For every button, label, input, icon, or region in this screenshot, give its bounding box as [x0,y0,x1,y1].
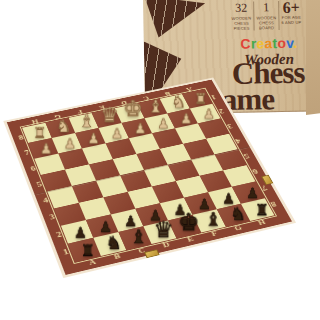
box-badges: 32 WOODEN CHESS PIECES 1 WOODEN CHESS BO… [229,1,304,32]
piece-black-pawn: ♟ [93,219,119,234]
piece-white-pawn: ♟ [128,122,152,136]
piece-white-knight: ♞ [51,118,75,135]
piece-black-knight: ♞ [225,205,251,223]
box-side-panel [306,0,320,115]
piece-white-rook: ♜ [28,125,52,140]
product-photo: 32 WOODEN CHESS PIECES 1 WOODEN CHESS BO… [0,0,320,320]
piece-white-rook: ♜ [189,91,213,105]
badge-pieces: 32 WOODEN CHESS PIECES [229,2,254,32]
piece-black-queen: ♛ [151,218,177,240]
piece-black-bishop: ♝ [200,210,226,229]
badge-age-value: 6+ [280,1,302,14]
chessboard: ♜♞♝♛♚♝♞♜♟♟♟♟♟♟♟♟♟♟♟♟♟♟♟♟♜♞♝♛♚♝♞♜ ABCDEFG… [3,77,296,278]
piece-white-bishop: ♝ [144,98,168,115]
piece-white-pawn: ♟ [34,142,59,156]
piece-black-knight: ♞ [100,234,127,252]
badge-board: 1 WOODEN CHESS BOARD [253,1,279,31]
badge-pieces-value: 32 [230,2,252,15]
piece-white-pawn: ♟ [105,127,129,141]
badge-board-label: WOODEN CHESS BOARD [255,16,277,31]
piece-black-rook: ♜ [74,242,101,258]
piece-black-pawn: ♟ [240,186,266,200]
brand-logo: Creatov. [230,35,308,52]
piece-white-pawn: ♟ [197,107,221,120]
piece-black-king: ♚ [175,210,201,234]
piece-white-pawn: ♟ [174,112,198,126]
chessboard-wrapper: ♜♞♝♛♚♝♞♜♟♟♟♟♟♟♟♟♟♟♟♟♟♟♟♟♜♞♝♛♚♝♞♜ ABCDEFG… [28,54,260,286]
badge-pieces-label: WOODEN CHESS PIECES [230,17,252,32]
piece-white-pawn: ♟ [81,132,106,146]
piece-white-pawn: ♟ [58,137,83,151]
piece-black-rook: ♜ [249,202,275,218]
square-e4[interactable] [144,165,176,187]
piece-white-queen: ♛ [98,105,122,125]
piece-white-knight: ♞ [166,94,190,110]
badge-age-label: FOR AGE 6 AND UP [280,16,302,26]
piece-black-pawn: ♟ [67,225,93,240]
piece-white-pawn: ♟ [151,117,175,131]
square-d5[interactable] [113,154,144,175]
badge-board-value: 1 [255,1,277,14]
piece-black-bishop: ♝ [125,227,151,246]
badge-age: 6+ FOR AGE 6 AND UP [278,1,304,31]
piece-white-bishop: ♝ [75,112,99,129]
piece-white-king: ♚ [121,98,145,120]
